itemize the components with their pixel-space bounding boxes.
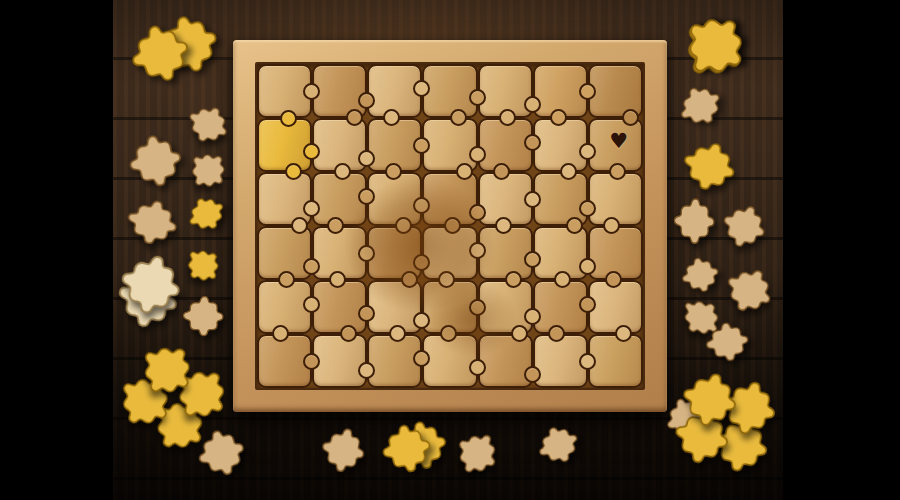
puzzle-cell[interactable]	[312, 334, 367, 388]
jigsaw-knob	[303, 353, 320, 370]
jigsaw-knob	[579, 83, 596, 100]
jigsaw-knob	[469, 146, 486, 163]
puzzle-cell[interactable]	[533, 280, 588, 334]
jigsaw-knob	[340, 325, 357, 342]
jigsaw-knob	[524, 366, 541, 383]
puzzle-cell[interactable]	[533, 118, 588, 172]
puzzle-cell[interactable]	[312, 280, 367, 334]
puzzle-cell[interactable]	[257, 226, 312, 280]
puzzle-cell[interactable]	[533, 172, 588, 226]
puzzle-cell[interactable]	[367, 64, 422, 118]
jigsaw-knob	[579, 143, 596, 160]
jigsaw-knob	[334, 163, 351, 180]
jigsaw-knob	[303, 83, 320, 100]
jigsaw-knob	[579, 200, 596, 217]
jigsaw-knob	[554, 271, 571, 288]
puzzle-cell[interactable]	[478, 118, 533, 172]
puzzle-cell[interactable]	[367, 280, 422, 334]
jigsaw-knob	[401, 271, 418, 288]
puzzle-cell[interactable]	[588, 172, 643, 226]
puzzle-board: ♥	[255, 62, 645, 390]
heart-cutout-piece[interactable]: ♥	[588, 118, 643, 172]
puzzle-cell[interactable]	[367, 226, 422, 280]
puzzle-cell[interactable]	[422, 334, 477, 388]
puzzle-cell[interactable]	[422, 64, 477, 118]
scattered-piece-R10[interactable]	[667, 365, 783, 479]
jigsaw-knob	[303, 296, 320, 313]
puzzle-cell[interactable]	[367, 118, 422, 172]
puzzle-cell[interactable]	[257, 334, 312, 388]
jigsaw-knob	[469, 89, 486, 106]
puzzle-cell[interactable]	[312, 172, 367, 226]
puzzle-cell[interactable]	[422, 280, 477, 334]
puzzle-board-frame: ♥	[233, 40, 667, 412]
scattered-piece-L3[interactable]	[122, 128, 188, 194]
puzzle-cell[interactable]	[312, 226, 367, 280]
jigsaw-knob	[469, 299, 486, 316]
scattered-piece-R4[interactable]	[672, 196, 716, 246]
puzzle-cell[interactable]	[422, 118, 477, 172]
jigsaw-knob	[280, 110, 297, 127]
jigsaw-knob	[550, 109, 567, 126]
scattered-piece-B1[interactable]	[316, 422, 370, 477]
puzzle-cell[interactable]	[367, 334, 422, 388]
jigsaw-knob	[469, 204, 486, 221]
puzzle-cell[interactable]	[478, 226, 533, 280]
puzzle-cell[interactable]	[422, 172, 477, 226]
puzzle-cell[interactable]	[478, 334, 533, 388]
puzzle-cell[interactable]	[478, 172, 533, 226]
jigsaw-knob	[505, 271, 522, 288]
puzzle-cell[interactable]	[257, 280, 312, 334]
puzzle-cell[interactable]	[588, 334, 643, 388]
puzzle-cell[interactable]	[312, 64, 367, 118]
jigsaw-knob	[524, 308, 541, 325]
jigsaw-knob	[524, 96, 541, 113]
jigsaw-knob	[346, 109, 363, 126]
jigsaw-knob	[469, 359, 486, 376]
jigsaw-knob	[603, 217, 620, 234]
puzzle-cell[interactable]	[588, 64, 643, 118]
jigsaw-knob	[389, 325, 406, 342]
jigsaw-knob	[456, 163, 473, 180]
jigsaw-knob	[548, 325, 565, 342]
jigsaw-knob	[524, 191, 541, 208]
jigsaw-knob	[524, 251, 541, 268]
heart-cutout: ♥	[609, 131, 628, 152]
jigsaw-knob	[524, 134, 541, 151]
puzzle-cell[interactable]	[257, 172, 312, 226]
jigsaw-knob	[444, 217, 461, 234]
yellow-piece-placed[interactable]	[257, 118, 312, 172]
puzzle-cell[interactable]	[367, 172, 422, 226]
jigsaw-knob	[303, 143, 320, 160]
puzzle-photo: ♥	[0, 0, 900, 500]
scattered-piece-R9[interactable]	[701, 317, 754, 366]
jigsaw-knob	[285, 163, 302, 180]
puzzle-cell[interactable]	[533, 64, 588, 118]
jigsaw-knob	[395, 217, 412, 234]
jigsaw-knob	[385, 163, 402, 180]
jigsaw-knob	[495, 217, 512, 234]
letterbox-left	[0, 0, 113, 500]
puzzle-cell[interactable]	[588, 226, 643, 280]
puzzle-cell[interactable]	[422, 226, 477, 280]
jigsaw-knob	[383, 109, 400, 126]
puzzle-grid: ♥	[257, 64, 643, 388]
puzzle-cell[interactable]	[533, 226, 588, 280]
jigsaw-knob	[499, 109, 516, 126]
jigsaw-knob	[579, 296, 596, 313]
jigsaw-knob	[493, 163, 510, 180]
jigsaw-knob	[303, 200, 320, 217]
puzzle-cell[interactable]	[588, 280, 643, 334]
jigsaw-knob	[291, 217, 308, 234]
scattered-piece-L9[interactable]	[181, 294, 225, 338]
jigsaw-knob	[579, 258, 596, 275]
jigsaw-knob	[469, 242, 486, 259]
jigsaw-knob	[303, 258, 320, 275]
puzzle-cell[interactable]	[533, 334, 588, 388]
letterbox-right	[783, 0, 900, 500]
puzzle-cell[interactable]	[478, 64, 533, 118]
jigsaw-knob	[450, 109, 467, 126]
puzzle-cell[interactable]	[312, 118, 367, 172]
jigsaw-knob	[622, 109, 639, 126]
jigsaw-knob	[440, 325, 457, 342]
jigsaw-knob	[438, 271, 455, 288]
jigsaw-knob	[579, 353, 596, 370]
puzzle-cell[interactable]	[478, 280, 533, 334]
